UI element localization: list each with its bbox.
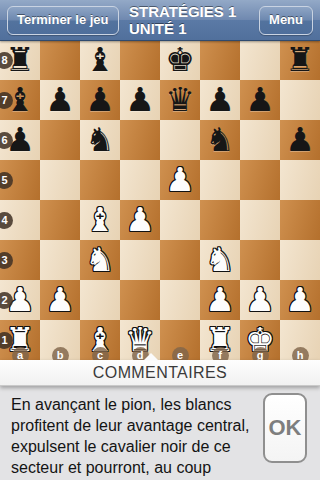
square-a1[interactable]: ♜ bbox=[0, 320, 40, 360]
square-h3[interactable] bbox=[280, 240, 320, 280]
square-c3[interactable]: ♞ bbox=[80, 240, 120, 280]
commentary-pointer-icon bbox=[143, 353, 159, 361]
square-e4[interactable] bbox=[160, 200, 200, 240]
square-d5[interactable] bbox=[120, 160, 160, 200]
square-d8[interactable] bbox=[120, 40, 160, 80]
square-b3[interactable] bbox=[40, 240, 80, 280]
square-b2[interactable]: ♟ bbox=[40, 280, 80, 320]
square-b8[interactable] bbox=[40, 40, 80, 80]
square-h4[interactable] bbox=[280, 200, 320, 240]
square-a6[interactable]: ♟ bbox=[0, 120, 40, 160]
chess-board: ♜♝♚♜♝♟♟♟♛♟♟♟♞♞♟♟♝♟♞♞♟♟♟♟♟♜♝♛♜♚87654321ab… bbox=[0, 40, 320, 360]
piece-black-pawn[interactable]: ♟ bbox=[240, 80, 280, 120]
piece-black-bishop[interactable]: ♝ bbox=[80, 40, 120, 80]
piece-white-knight[interactable]: ♞ bbox=[80, 240, 120, 280]
square-b1[interactable] bbox=[40, 320, 80, 360]
piece-black-pawn[interactable]: ♟ bbox=[40, 80, 80, 120]
square-h7[interactable] bbox=[280, 80, 320, 120]
square-e2[interactable] bbox=[160, 280, 200, 320]
square-a4[interactable] bbox=[0, 200, 40, 240]
piece-black-bishop[interactable]: ♝ bbox=[0, 80, 40, 120]
piece-black-knight[interactable]: ♞ bbox=[80, 120, 120, 160]
square-c4[interactable]: ♝ bbox=[80, 200, 120, 240]
square-h1[interactable] bbox=[280, 320, 320, 360]
piece-white-pawn[interactable]: ♟ bbox=[160, 160, 200, 200]
square-a7[interactable]: ♝ bbox=[0, 80, 40, 120]
square-g7[interactable]: ♟ bbox=[240, 80, 280, 120]
square-f5[interactable] bbox=[200, 160, 240, 200]
square-g5[interactable] bbox=[240, 160, 280, 200]
square-g2[interactable]: ♟ bbox=[240, 280, 280, 320]
piece-white-pawn[interactable]: ♟ bbox=[40, 280, 80, 320]
piece-black-pawn[interactable]: ♟ bbox=[120, 80, 160, 120]
square-e7[interactable]: ♛ bbox=[160, 80, 200, 120]
square-d2[interactable] bbox=[120, 280, 160, 320]
ok-button[interactable]: OK bbox=[263, 393, 307, 463]
piece-white-knight[interactable]: ♞ bbox=[200, 240, 240, 280]
square-d4[interactable]: ♟ bbox=[120, 200, 160, 240]
square-g8[interactable] bbox=[240, 40, 280, 80]
piece-white-king[interactable]: ♚ bbox=[240, 320, 280, 360]
square-c8[interactable]: ♝ bbox=[80, 40, 120, 80]
piece-white-pawn[interactable]: ♟ bbox=[240, 280, 280, 320]
piece-white-pawn[interactable]: ♟ bbox=[280, 280, 320, 320]
square-a8[interactable]: ♜ bbox=[0, 40, 40, 80]
piece-white-pawn[interactable]: ♟ bbox=[0, 280, 40, 320]
square-e3[interactable] bbox=[160, 240, 200, 280]
square-f6[interactable]: ♞ bbox=[200, 120, 240, 160]
piece-black-pawn[interactable]: ♟ bbox=[200, 80, 240, 120]
page-title: STRATÉGIES 1 UNITÉ 1 bbox=[129, 3, 236, 37]
piece-black-pawn[interactable]: ♟ bbox=[280, 120, 320, 160]
square-c1[interactable]: ♝ bbox=[80, 320, 120, 360]
square-b5[interactable] bbox=[40, 160, 80, 200]
square-h2[interactable]: ♟ bbox=[280, 280, 320, 320]
square-c7[interactable]: ♟ bbox=[80, 80, 120, 120]
square-f2[interactable]: ♟ bbox=[200, 280, 240, 320]
piece-white-pawn[interactable]: ♟ bbox=[120, 200, 160, 240]
square-f3[interactable]: ♞ bbox=[200, 240, 240, 280]
square-b7[interactable]: ♟ bbox=[40, 80, 80, 120]
nav-bar: Terminer le jeu STRATÉGIES 1 UNITÉ 1 Men… bbox=[0, 0, 320, 41]
square-c6[interactable]: ♞ bbox=[80, 120, 120, 160]
square-g6[interactable] bbox=[240, 120, 280, 160]
commentary-header-bar: COMMENTAIRES bbox=[0, 360, 320, 386]
piece-white-bishop[interactable]: ♝ bbox=[80, 320, 120, 360]
title-line-2: UNITÉ 1 bbox=[129, 20, 236, 37]
commentary-text: En avançant le pion, les blancs profiten… bbox=[11, 394, 261, 480]
piece-white-rook[interactable]: ♜ bbox=[0, 320, 40, 360]
piece-black-rook[interactable]: ♜ bbox=[280, 40, 320, 80]
square-h6[interactable]: ♟ bbox=[280, 120, 320, 160]
piece-white-bishop[interactable]: ♝ bbox=[80, 200, 120, 240]
piece-white-rook[interactable]: ♜ bbox=[200, 320, 240, 360]
piece-black-pawn[interactable]: ♟ bbox=[0, 120, 40, 160]
piece-black-knight[interactable]: ♞ bbox=[200, 120, 240, 160]
piece-black-rook[interactable]: ♜ bbox=[0, 40, 40, 80]
square-e8[interactable]: ♚ bbox=[160, 40, 200, 80]
square-h8[interactable]: ♜ bbox=[280, 40, 320, 80]
square-c5[interactable] bbox=[80, 160, 120, 200]
square-c2[interactable] bbox=[80, 280, 120, 320]
piece-black-queen[interactable]: ♛ bbox=[160, 80, 200, 120]
square-g4[interactable] bbox=[240, 200, 280, 240]
title-line-1: STRATÉGIES 1 bbox=[129, 3, 236, 20]
square-d3[interactable] bbox=[120, 240, 160, 280]
square-e6[interactable] bbox=[160, 120, 200, 160]
commentary-header: COMMENTAIRES bbox=[93, 364, 227, 381]
square-d6[interactable] bbox=[120, 120, 160, 160]
square-d7[interactable]: ♟ bbox=[120, 80, 160, 120]
square-f7[interactable]: ♟ bbox=[200, 80, 240, 120]
square-a2[interactable]: ♟ bbox=[0, 280, 40, 320]
square-a3[interactable] bbox=[0, 240, 40, 280]
menu-button[interactable]: Menu bbox=[259, 6, 313, 35]
square-a5[interactable] bbox=[0, 160, 40, 200]
square-f8[interactable] bbox=[200, 40, 240, 80]
square-b6[interactable] bbox=[40, 120, 80, 160]
piece-white-pawn[interactable]: ♟ bbox=[200, 280, 240, 320]
square-h5[interactable] bbox=[280, 160, 320, 200]
square-g1[interactable]: ♚ bbox=[240, 320, 280, 360]
end-game-button[interactable]: Terminer le jeu bbox=[7, 6, 119, 35]
square-b4[interactable] bbox=[40, 200, 80, 240]
square-f4[interactable] bbox=[200, 200, 240, 240]
commentary-panel: En avançant le pion, les blancs profiten… bbox=[0, 386, 320, 480]
square-e5[interactable]: ♟ bbox=[160, 160, 200, 200]
piece-black-pawn[interactable]: ♟ bbox=[80, 80, 120, 120]
square-f1[interactable]: ♜ bbox=[200, 320, 240, 360]
square-g3[interactable] bbox=[240, 240, 280, 280]
piece-black-king[interactable]: ♚ bbox=[160, 40, 200, 80]
square-e1[interactable] bbox=[160, 320, 200, 360]
